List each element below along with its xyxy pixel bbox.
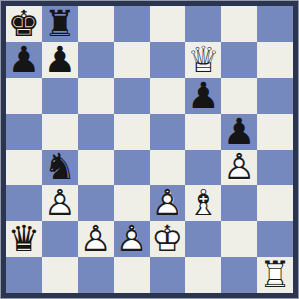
white-bishop-f3[interactable]: ♝♗ (185, 185, 221, 221)
square-e5[interactable] (150, 114, 186, 150)
square-a6[interactable] (6, 78, 42, 114)
board-frame: ♚♜♟♟♛♕♟♟♞♟♙♟♙♟♙♝♗♛♟♙♟♙♚♔♜♖ (0, 0, 299, 299)
square-d3[interactable] (114, 185, 150, 221)
white-pawn-icon: ♙ (150, 185, 186, 221)
white-piece-fill: ♟ (222, 150, 257, 185)
white-piece-fill: ♟ (78, 222, 113, 257)
square-h1[interactable]: ♜♖ (257, 257, 293, 293)
square-b1[interactable] (42, 257, 78, 293)
white-queen-icon: ♕ (185, 42, 221, 78)
white-queen-f7[interactable]: ♛♕ (185, 42, 221, 78)
square-c2[interactable]: ♟♙ (78, 221, 114, 257)
black-king-a8[interactable]: ♚ (6, 6, 42, 42)
black-pawn-a7[interactable]: ♟ (6, 42, 42, 78)
square-h4[interactable] (257, 150, 293, 186)
square-a5[interactable] (6, 114, 42, 150)
square-g8[interactable] (221, 6, 257, 42)
white-piece-fill: ♚ (150, 222, 185, 257)
square-a2[interactable]: ♛ (6, 221, 42, 257)
square-c4[interactable] (78, 150, 114, 186)
black-pawn-icon: ♟ (6, 42, 42, 78)
square-h3[interactable] (257, 185, 293, 221)
white-pawn-icon: ♙ (78, 221, 114, 257)
square-h7[interactable] (257, 42, 293, 78)
square-f7[interactable]: ♛♕ (185, 42, 221, 78)
square-f8[interactable] (185, 6, 221, 42)
square-g2[interactable] (221, 221, 257, 257)
white-rook-h1[interactable]: ♜♖ (257, 257, 293, 293)
square-f4[interactable] (185, 150, 221, 186)
chess-board: ♚♜♟♟♛♕♟♟♞♟♙♟♙♟♙♝♗♛♟♙♟♙♚♔♜♖ (6, 6, 293, 293)
square-c3[interactable] (78, 185, 114, 221)
white-piece-fill: ♜ (258, 258, 293, 293)
square-a3[interactable] (6, 185, 42, 221)
black-pawn-g5[interactable]: ♟ (221, 114, 257, 150)
black-rook-icon: ♜ (42, 6, 78, 42)
square-a8[interactable]: ♚ (6, 6, 42, 42)
square-f6[interactable]: ♟ (185, 78, 221, 114)
square-c6[interactable] (78, 78, 114, 114)
square-e1[interactable] (150, 257, 186, 293)
square-b5[interactable] (42, 114, 78, 150)
white-pawn-b3[interactable]: ♟♙ (42, 185, 78, 221)
white-pawn-icon: ♙ (42, 185, 78, 221)
square-b6[interactable] (42, 78, 78, 114)
square-f5[interactable] (185, 114, 221, 150)
black-pawn-icon: ♟ (185, 78, 221, 114)
black-king-icon: ♚ (6, 6, 42, 42)
square-h2[interactable] (257, 221, 293, 257)
black-pawn-f6[interactable]: ♟ (185, 78, 221, 114)
square-g4[interactable]: ♟♙ (221, 150, 257, 186)
square-g7[interactable] (221, 42, 257, 78)
white-king-e2[interactable]: ♚♔ (150, 221, 186, 257)
square-h5[interactable] (257, 114, 293, 150)
square-d4[interactable] (114, 150, 150, 186)
square-d2[interactable]: ♟♙ (114, 221, 150, 257)
square-g6[interactable] (221, 78, 257, 114)
white-king-icon: ♔ (150, 221, 186, 257)
black-queen-icon: ♛ (6, 221, 42, 257)
black-queen-a2[interactable]: ♛ (6, 221, 42, 257)
square-a1[interactable] (6, 257, 42, 293)
white-bishop-icon: ♗ (185, 185, 221, 221)
white-piece-fill: ♛ (186, 42, 221, 77)
square-e7[interactable] (150, 42, 186, 78)
black-knight-b4[interactable]: ♞ (42, 150, 78, 186)
square-e4[interactable] (150, 150, 186, 186)
square-b7[interactable]: ♟ (42, 42, 78, 78)
square-e6[interactable] (150, 78, 186, 114)
square-h6[interactable] (257, 78, 293, 114)
black-pawn-b7[interactable]: ♟ (42, 42, 78, 78)
white-pawn-c2[interactable]: ♟♙ (78, 221, 114, 257)
white-piece-fill: ♟ (114, 222, 149, 257)
square-b2[interactable] (42, 221, 78, 257)
white-pawn-d2[interactable]: ♟♙ (114, 221, 150, 257)
square-a4[interactable] (6, 150, 42, 186)
square-d7[interactable] (114, 42, 150, 78)
square-f1[interactable] (185, 257, 221, 293)
square-f2[interactable] (185, 221, 221, 257)
square-b4[interactable]: ♞ (42, 150, 78, 186)
square-d1[interactable] (114, 257, 150, 293)
square-e8[interactable] (150, 6, 186, 42)
square-f3[interactable]: ♝♗ (185, 185, 221, 221)
white-piece-fill: ♝ (186, 186, 221, 221)
square-c7[interactable] (78, 42, 114, 78)
square-d5[interactable] (114, 114, 150, 150)
square-c5[interactable] (78, 114, 114, 150)
black-rook-b8[interactable]: ♜ (42, 6, 78, 42)
white-piece-fill: ♟ (150, 186, 185, 221)
square-c1[interactable] (78, 257, 114, 293)
square-c8[interactable] (78, 6, 114, 42)
white-piece-fill: ♟ (42, 186, 77, 221)
square-a7[interactable]: ♟ (6, 42, 42, 78)
white-rook-icon: ♖ (257, 257, 293, 293)
white-pawn-icon: ♙ (114, 221, 150, 257)
black-pawn-icon: ♟ (221, 114, 257, 150)
square-h8[interactable] (257, 6, 293, 42)
black-pawn-icon: ♟ (42, 42, 78, 78)
square-d6[interactable] (114, 78, 150, 114)
square-d8[interactable] (114, 6, 150, 42)
square-g5[interactable]: ♟ (221, 114, 257, 150)
square-b3[interactable]: ♟♙ (42, 185, 78, 221)
white-pawn-g4[interactable]: ♟♙ (221, 150, 257, 186)
square-e2[interactable]: ♚♔ (150, 221, 186, 257)
white-pawn-e3[interactable]: ♟♙ (150, 185, 186, 221)
square-b8[interactable]: ♜ (42, 6, 78, 42)
white-pawn-icon: ♙ (221, 150, 257, 186)
square-g1[interactable] (221, 257, 257, 293)
square-g3[interactable] (221, 185, 257, 221)
black-knight-icon: ♞ (42, 150, 78, 186)
square-e3[interactable]: ♟♙ (150, 185, 186, 221)
